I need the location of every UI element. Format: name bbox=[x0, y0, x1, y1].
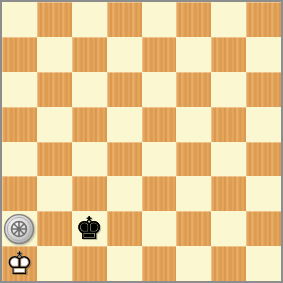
square-d6[interactable] bbox=[107, 72, 142, 107]
square-e4[interactable] bbox=[142, 142, 177, 177]
square-g4[interactable] bbox=[211, 142, 246, 177]
square-f4[interactable] bbox=[176, 142, 211, 177]
square-c3[interactable] bbox=[72, 176, 107, 211]
square-f8[interactable] bbox=[176, 2, 211, 37]
square-e3[interactable] bbox=[142, 176, 177, 211]
square-b4[interactable] bbox=[37, 142, 72, 177]
square-a5[interactable] bbox=[2, 107, 37, 142]
square-h7[interactable] bbox=[246, 37, 281, 72]
square-d4[interactable] bbox=[107, 142, 142, 177]
white-king[interactable]: ♚♔ bbox=[2, 246, 37, 281]
silver-coin-wheel-token[interactable] bbox=[3, 213, 35, 245]
square-d8[interactable] bbox=[107, 2, 142, 37]
square-h3[interactable] bbox=[246, 176, 281, 211]
square-f6[interactable] bbox=[176, 72, 211, 107]
square-a6[interactable] bbox=[2, 72, 37, 107]
square-h4[interactable] bbox=[246, 142, 281, 177]
square-e6[interactable] bbox=[142, 72, 177, 107]
square-c2[interactable]: ♚♚ bbox=[72, 211, 107, 246]
square-f3[interactable] bbox=[176, 176, 211, 211]
square-e1[interactable] bbox=[142, 246, 177, 281]
square-b8[interactable] bbox=[37, 2, 72, 37]
square-b6[interactable] bbox=[37, 72, 72, 107]
square-b3[interactable] bbox=[37, 176, 72, 211]
square-g5[interactable] bbox=[211, 107, 246, 142]
square-e7[interactable] bbox=[142, 37, 177, 72]
square-e5[interactable] bbox=[142, 107, 177, 142]
square-h1[interactable] bbox=[246, 246, 281, 281]
square-b1[interactable] bbox=[37, 246, 72, 281]
square-a8[interactable] bbox=[2, 2, 37, 37]
square-d2[interactable] bbox=[107, 211, 142, 246]
square-g8[interactable] bbox=[211, 2, 246, 37]
square-c6[interactable] bbox=[72, 72, 107, 107]
square-a1[interactable]: ♚♔ bbox=[2, 246, 37, 281]
black-king-glyph: ♚ bbox=[75, 213, 103, 244]
square-b5[interactable] bbox=[37, 107, 72, 142]
square-d3[interactable] bbox=[107, 176, 142, 211]
square-e2[interactable] bbox=[142, 211, 177, 246]
square-h5[interactable] bbox=[246, 107, 281, 142]
white-king-glyph: ♔ bbox=[6, 247, 34, 278]
square-c4[interactable] bbox=[72, 142, 107, 177]
square-g6[interactable] bbox=[211, 72, 246, 107]
square-g2[interactable] bbox=[211, 211, 246, 246]
square-c5[interactable] bbox=[72, 107, 107, 142]
black-king[interactable]: ♚♚ bbox=[72, 211, 107, 246]
square-h6[interactable] bbox=[246, 72, 281, 107]
square-c7[interactable] bbox=[72, 37, 107, 72]
square-e8[interactable] bbox=[142, 2, 177, 37]
square-d5[interactable] bbox=[107, 107, 142, 142]
square-b7[interactable] bbox=[37, 37, 72, 72]
square-g3[interactable] bbox=[211, 176, 246, 211]
square-a2[interactable] bbox=[2, 211, 37, 246]
square-f1[interactable] bbox=[176, 246, 211, 281]
square-b2[interactable] bbox=[37, 211, 72, 246]
square-h8[interactable] bbox=[246, 2, 281, 37]
square-d7[interactable] bbox=[107, 37, 142, 72]
square-c8[interactable] bbox=[72, 2, 107, 37]
chess-position-page: ♚♚♚♔ bbox=[0, 0, 283, 283]
square-a3[interactable] bbox=[2, 176, 37, 211]
chess-board: ♚♚♚♔ bbox=[0, 0, 283, 283]
square-h2[interactable] bbox=[246, 211, 281, 246]
square-f7[interactable] bbox=[176, 37, 211, 72]
square-g7[interactable] bbox=[211, 37, 246, 72]
square-a4[interactable] bbox=[2, 142, 37, 177]
square-c1[interactable] bbox=[72, 246, 107, 281]
square-a7[interactable] bbox=[2, 37, 37, 72]
square-d1[interactable] bbox=[107, 246, 142, 281]
square-g1[interactable] bbox=[211, 246, 246, 281]
square-f5[interactable] bbox=[176, 107, 211, 142]
square-f2[interactable] bbox=[176, 211, 211, 246]
